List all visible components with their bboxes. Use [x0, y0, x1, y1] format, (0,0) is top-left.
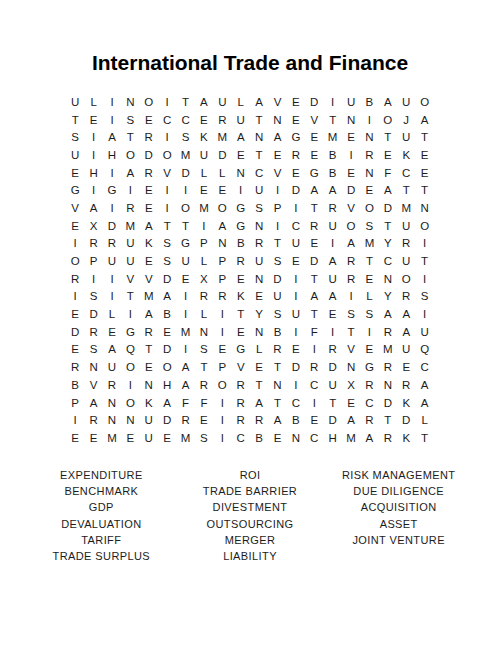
grid-cell-r3c14: E — [305, 128, 323, 146]
grid-cell-r2c17: I — [360, 111, 378, 129]
grid-cell-r20c20: T — [415, 429, 433, 447]
grid-cell-r7c3: I — [103, 199, 121, 217]
grid-cell-r1c5: O — [140, 93, 158, 111]
grid-cell-r17c5: N — [140, 376, 158, 394]
grid-cell-r7c9: O — [213, 199, 231, 217]
grid-cell-r4c17: R — [360, 146, 378, 164]
grid-cell-r3c1: S — [66, 128, 84, 146]
word-list-item: ASSET — [324, 516, 473, 532]
grid-cell-r6c6: I — [158, 181, 176, 199]
grid-cell-r13c10: T — [232, 305, 250, 323]
grid-cell-r5c4: A — [121, 164, 139, 182]
grid-cell-r1c10: L — [232, 93, 250, 111]
grid-cell-r10c7: U — [176, 252, 194, 270]
grid-cell-r11c16: R — [342, 270, 360, 288]
grid-cell-r15c6: D — [158, 341, 176, 359]
grid-cell-r4c13: R — [287, 146, 305, 164]
grid-cell-r4c7: M — [176, 146, 194, 164]
word-list-item: DUE DILIGENCE — [324, 483, 473, 499]
grid-cell-r16c3: U — [103, 358, 121, 376]
word-list-item: DEVALUATION — [27, 516, 176, 532]
grid-cell-r2c20: A — [415, 111, 433, 129]
grid-cell-r5c12: V — [268, 164, 286, 182]
grid-cell-r13c7: I — [176, 305, 194, 323]
grid-cell-r1c1: U — [66, 93, 84, 111]
grid-cell-r8c14: R — [305, 217, 323, 235]
grid-cell-r1c14: D — [305, 93, 323, 111]
grid-cell-r5c19: C — [397, 164, 415, 182]
grid-cell-r12c1: I — [66, 288, 84, 306]
grid-cell-r12c4: T — [121, 288, 139, 306]
grid-cell-r13c12: S — [268, 305, 286, 323]
grid-cell-r10c4: U — [121, 252, 139, 270]
grid-cell-r5c11: C — [250, 164, 268, 182]
puzzle-title: International Trade and Finance — [0, 0, 500, 75]
grid-cell-r9c4: U — [121, 235, 139, 253]
grid-cell-r20c17: A — [360, 429, 378, 447]
grid-cell-r6c12: I — [268, 181, 286, 199]
grid-cell-r3c20: T — [415, 128, 433, 146]
grid-cell-r5c17: N — [360, 164, 378, 182]
grid-cell-r19c1: I — [66, 411, 84, 429]
grid-cell-r2c14: V — [305, 111, 323, 129]
grid-cell-r18c10: R — [232, 394, 250, 412]
grid-cell-r6c7: I — [176, 181, 194, 199]
grid-cell-r8c6: T — [158, 217, 176, 235]
grid-cell-r4c9: D — [213, 146, 231, 164]
grid-cell-r14c6: E — [158, 323, 176, 341]
grid-cell-r2c13: E — [287, 111, 305, 129]
grid-cell-r12c15: A — [323, 288, 341, 306]
grid-cell-r16c20: C — [415, 358, 433, 376]
grid-cell-r12c19: R — [397, 288, 415, 306]
grid-cell-r10c15: A — [323, 252, 341, 270]
grid-cell-r2c10: U — [232, 111, 250, 129]
grid-cell-r9c15: I — [323, 235, 341, 253]
grid-cell-r19c3: N — [103, 411, 121, 429]
grid-cell-r14c10: E — [232, 323, 250, 341]
grid-cell-r1c16: U — [342, 93, 360, 111]
grid-cell-r7c16: V — [342, 199, 360, 217]
grid-cell-r8c17: S — [360, 217, 378, 235]
grid-cell-r19c17: R — [360, 411, 378, 429]
grid-cell-r2c7: C — [176, 111, 194, 129]
grid-cell-r3c2: I — [84, 128, 102, 146]
grid-cell-r8c3: D — [103, 217, 121, 235]
grid-cell-r10c14: D — [305, 252, 323, 270]
grid-cell-r6c4: I — [121, 181, 139, 199]
grid-cell-r12c14: A — [305, 288, 323, 306]
grid-cell-r7c20: N — [415, 199, 433, 217]
grid-cell-r3c6: I — [158, 128, 176, 146]
grid-cell-r8c11: N — [250, 217, 268, 235]
grid-cell-r10c9: P — [213, 252, 231, 270]
grid-cell-r3c11: N — [250, 128, 268, 146]
grid-cell-r5c10: N — [232, 164, 250, 182]
grid-cell-r18c12: T — [268, 394, 286, 412]
grid-cell-r20c19: K — [397, 429, 415, 447]
grid-cell-r7c1: V — [66, 199, 84, 217]
grid-cell-r9c10: B — [232, 235, 250, 253]
word-list-item: EXPENDITURE — [27, 467, 176, 483]
grid-cell-r13c18: A — [379, 305, 397, 323]
grid-cell-r18c6: A — [158, 394, 176, 412]
grid-cell-r19c14: E — [305, 411, 323, 429]
grid-cell-r11c7: E — [176, 270, 194, 288]
grid-cell-r3c18: T — [379, 128, 397, 146]
grid-cell-r7c7: O — [176, 199, 194, 217]
grid-cell-r12c16: I — [342, 288, 360, 306]
grid-cell-r3c15: M — [323, 128, 341, 146]
grid-cell-r15c19: U — [397, 341, 415, 359]
grid-cell-r2c16: N — [342, 111, 360, 129]
grid-cell-r14c4: G — [121, 323, 139, 341]
grid-cell-r11c9: P — [213, 270, 231, 288]
grid-cell-r4c12: E — [268, 146, 286, 164]
word-list-item: JOINT VENTURE — [324, 532, 473, 548]
grid-cell-r7c12: P — [268, 199, 286, 217]
grid-cell-r8c9: A — [213, 217, 231, 235]
grid-cell-r11c12: D — [268, 270, 286, 288]
grid-cell-r12c17: L — [360, 288, 378, 306]
grid-cell-r14c2: R — [84, 323, 102, 341]
grid-cell-r13c19: A — [397, 305, 415, 323]
word-list-column-1: EXPENDITUREBENCHMARKGDPDEVALUATIONTARIFF… — [27, 467, 176, 565]
grid-cell-r17c18: N — [379, 376, 397, 394]
grid-cell-r1c4: N — [121, 93, 139, 111]
grid-cell-r14c9: I — [213, 323, 231, 341]
grid-cell-r5c5: R — [140, 164, 158, 182]
grid-cell-r15c14: I — [305, 341, 323, 359]
grid-cell-r17c9: O — [213, 376, 231, 394]
grid-cell-r9c12: T — [268, 235, 286, 253]
grid-cell-r6c15: A — [323, 181, 341, 199]
grid-cell-r11c19: O — [397, 270, 415, 288]
grid-cell-r20c3: M — [103, 429, 121, 447]
grid-cell-r7c19: M — [397, 199, 415, 217]
grid-cell-r4c5: D — [140, 146, 158, 164]
grid-cell-r12c13: I — [287, 288, 305, 306]
grid-cell-r12c11: E — [250, 288, 268, 306]
grid-cell-r11c1: R — [66, 270, 84, 288]
grid-cell-r8c2: X — [84, 217, 102, 235]
grid-cell-r9c13: U — [287, 235, 305, 253]
grid-cell-r18c7: F — [176, 394, 194, 412]
grid-cell-r16c9: P — [213, 358, 231, 376]
grid-cell-r19c7: R — [176, 411, 194, 429]
grid-cell-r17c12: N — [268, 376, 286, 394]
word-list-item: DIVESTMENT — [176, 499, 325, 515]
grid-cell-r15c8: S — [195, 341, 213, 359]
grid-cell-r7c4: R — [121, 199, 139, 217]
grid-cell-r8c10: G — [232, 217, 250, 235]
grid-cell-r2c2: E — [84, 111, 102, 129]
grid-cell-r3c8: K — [195, 128, 213, 146]
grid-cell-r6c11: U — [250, 181, 268, 199]
grid-cell-r10c12: S — [268, 252, 286, 270]
grid-cell-r4c8: U — [195, 146, 213, 164]
grid-cell-r6c2: I — [84, 181, 102, 199]
grid-cell-r19c8: E — [195, 411, 213, 429]
grid-cell-r18c17: C — [360, 394, 378, 412]
grid-cell-r4c2: I — [84, 146, 102, 164]
grid-cell-r20c4: E — [121, 429, 139, 447]
grid-cell-r12c3: I — [103, 288, 121, 306]
grid-cell-r2c6: C — [158, 111, 176, 129]
grid-cell-r19c12: A — [268, 411, 286, 429]
word-search-grid: ULINOITAULAVEDIUBAUOTEISECCERUTNEVTNIOJA… — [66, 93, 434, 447]
grid-cell-r7c11: S — [250, 199, 268, 217]
grid-cell-r16c17: G — [360, 358, 378, 376]
grid-cell-r4c14: E — [305, 146, 323, 164]
grid-cell-r2c12: N — [268, 111, 286, 129]
grid-cell-r4c20: E — [415, 146, 433, 164]
grid-cell-r3c4: T — [121, 128, 139, 146]
grid-cell-r19c4: N — [121, 411, 139, 429]
grid-cell-r10c6: S — [158, 252, 176, 270]
grid-cell-r5c3: I — [103, 164, 121, 182]
grid-cell-r17c6: H — [158, 376, 176, 394]
grid-cell-r6c16: D — [342, 181, 360, 199]
grid-cell-r4c19: K — [397, 146, 415, 164]
grid-cell-r14c14: F — [305, 323, 323, 341]
grid-cell-r17c16: X — [342, 376, 360, 394]
grid-cell-r13c14: T — [305, 305, 323, 323]
grid-cell-r13c1: E — [66, 305, 84, 323]
grid-cell-r9c11: R — [250, 235, 268, 253]
grid-cell-r19c10: R — [232, 411, 250, 429]
grid-cell-r8c8: I — [195, 217, 213, 235]
grid-cell-r18c11: A — [250, 394, 268, 412]
grid-cell-r6c13: D — [287, 181, 305, 199]
grid-cell-r9c19: R — [397, 235, 415, 253]
grid-cell-r3c19: U — [397, 128, 415, 146]
grid-cell-r8c13: C — [287, 217, 305, 235]
grid-cell-r11c6: D — [158, 270, 176, 288]
grid-cell-r10c8: L — [195, 252, 213, 270]
grid-cell-r12c7: I — [176, 288, 194, 306]
grid-cell-r3c3: A — [103, 128, 121, 146]
word-list-item: GDP — [27, 499, 176, 515]
grid-cell-r11c11: N — [250, 270, 268, 288]
grid-cell-r6c10: I — [232, 181, 250, 199]
grid-cell-r19c15: D — [323, 411, 341, 429]
grid-cell-r20c10: C — [232, 429, 250, 447]
grid-cell-r2c9: R — [213, 111, 231, 129]
grid-cell-r18c15: T — [323, 394, 341, 412]
grid-cell-r16c12: T — [268, 358, 286, 376]
grid-cell-r4c15: B — [323, 146, 341, 164]
grid-cell-r2c5: E — [140, 111, 158, 129]
grid-cell-r1c12: V — [268, 93, 286, 111]
grid-cell-r2c8: E — [195, 111, 213, 129]
grid-cell-r20c12: E — [268, 429, 286, 447]
grid-cell-r7c14: T — [305, 199, 323, 217]
word-list-item: TRADE BARRIER — [176, 483, 325, 499]
grid-cell-r17c1: B — [66, 376, 84, 394]
grid-cell-r13c17: S — [360, 305, 378, 323]
grid-cell-r9c5: K — [140, 235, 158, 253]
grid-cell-r14c7: M — [176, 323, 194, 341]
grid-cell-r9c20: I — [415, 235, 433, 253]
grid-cell-r8c4: M — [121, 217, 139, 235]
grid-cell-r20c14: C — [305, 429, 323, 447]
grid-cell-r10c20: T — [415, 252, 433, 270]
grid-cell-r16c14: R — [305, 358, 323, 376]
grid-cell-r16c2: N — [84, 358, 102, 376]
grid-cell-r20c2: E — [84, 429, 102, 447]
grid-cell-r12c2: S — [84, 288, 102, 306]
grid-cell-r4c3: H — [103, 146, 121, 164]
word-list: EXPENDITUREBENCHMARKGDPDEVALUATIONTARIFF… — [27, 467, 473, 565]
grid-cell-r12c9: R — [213, 288, 231, 306]
grid-cell-r14c3: E — [103, 323, 121, 341]
grid-cell-r8c16: O — [342, 217, 360, 235]
grid-cell-r5c20: E — [415, 164, 433, 182]
grid-cell-r15c7: I — [176, 341, 194, 359]
grid-cell-r16c15: D — [323, 358, 341, 376]
grid-cell-r15c9: E — [213, 341, 231, 359]
grid-cell-r13c8: L — [195, 305, 213, 323]
grid-cell-r17c4: I — [121, 376, 139, 394]
grid-cell-r12c5: M — [140, 288, 158, 306]
grid-cell-r20c5: U — [140, 429, 158, 447]
grid-cell-r19c20: L — [415, 411, 433, 429]
grid-cell-r10c3: U — [103, 252, 121, 270]
grid-cell-r15c10: G — [232, 341, 250, 359]
grid-cell-r16c11: E — [250, 358, 268, 376]
grid-cell-r15c5: T — [140, 341, 158, 359]
grid-cell-r12c18: Y — [379, 288, 397, 306]
grid-cell-r8c20: O — [415, 217, 433, 235]
grid-cell-r1c17: B — [360, 93, 378, 111]
word-list-column-2: ROITRADE BARRIERDIVESTMENTOUTSOURCINGMER… — [176, 467, 325, 565]
grid-cell-r3c13: G — [287, 128, 305, 146]
grid-cell-r15c16: V — [342, 341, 360, 359]
grid-cell-r9c17: M — [360, 235, 378, 253]
grid-cell-r20c16: M — [342, 429, 360, 447]
grid-cell-r5c9: L — [213, 164, 231, 182]
grid-cell-r17c8: R — [195, 376, 213, 394]
grid-cell-r9c6: S — [158, 235, 176, 253]
grid-cell-r3c12: A — [268, 128, 286, 146]
grid-cell-r8c12: I — [268, 217, 286, 235]
grid-cell-r14c18: R — [379, 323, 397, 341]
grid-cell-r4c11: T — [250, 146, 268, 164]
grid-cell-r2c11: T — [250, 111, 268, 129]
grid-cell-r1c6: I — [158, 93, 176, 111]
grid-cell-r17c7: A — [176, 376, 194, 394]
grid-cell-r5c1: E — [66, 164, 84, 182]
grid-cell-r1c2: L — [84, 93, 102, 111]
grid-cell-r19c2: R — [84, 411, 102, 429]
grid-cell-r2c1: T — [66, 111, 84, 129]
grid-cell-r11c10: E — [232, 270, 250, 288]
grid-cell-r5c7: D — [176, 164, 194, 182]
grid-cell-r14c19: A — [397, 323, 415, 341]
grid-cell-r16c7: A — [176, 358, 194, 376]
grid-cell-r10c17: T — [360, 252, 378, 270]
grid-cell-r6c3: G — [103, 181, 121, 199]
grid-cell-r13c4: I — [121, 305, 139, 323]
puzzle-page: International Trade and Finance ULINOITA… — [0, 0, 500, 647]
grid-cell-r20c1: E — [66, 429, 84, 447]
word-list-item: ACQUISITION — [324, 499, 473, 515]
grid-cell-r8c7: T — [176, 217, 194, 235]
grid-cell-r5c6: V — [158, 164, 176, 182]
word-list-item: BENCHMARK — [27, 483, 176, 499]
grid-cell-r7c15: R — [323, 199, 341, 217]
grid-cell-r17c3: R — [103, 376, 121, 394]
grid-cell-r13c6: B — [158, 305, 176, 323]
grid-cell-r1c18: A — [379, 93, 397, 111]
grid-cell-r11c15: U — [323, 270, 341, 288]
grid-cell-r19c18: T — [379, 411, 397, 429]
grid-cell-r3c7: S — [176, 128, 194, 146]
grid-cell-r11c18: N — [379, 270, 397, 288]
grid-cell-r4c1: U — [66, 146, 84, 164]
grid-cell-r7c6: I — [158, 199, 176, 217]
grid-cell-r3c9: M — [213, 128, 231, 146]
grid-cell-r19c19: D — [397, 411, 415, 429]
grid-cell-r14c20: U — [415, 323, 433, 341]
grid-cell-r14c1: D — [66, 323, 84, 341]
grid-cell-r12c20: S — [415, 288, 433, 306]
grid-cell-r6c20: T — [415, 181, 433, 199]
grid-cell-r6c18: A — [379, 181, 397, 199]
grid-cell-r7c18: D — [379, 199, 397, 217]
grid-cell-r16c16: N — [342, 358, 360, 376]
grid-cell-r8c5: A — [140, 217, 158, 235]
grid-cell-r9c14: E — [305, 235, 323, 253]
grid-cell-r6c17: E — [360, 181, 378, 199]
grid-cell-r20c6: E — [158, 429, 176, 447]
grid-cell-r6c8: E — [195, 181, 213, 199]
grid-cell-r11c2: I — [84, 270, 102, 288]
grid-cell-r17c20: A — [415, 376, 433, 394]
grid-cell-r12c8: R — [195, 288, 213, 306]
grid-cell-r10c16: R — [342, 252, 360, 270]
grid-cell-r9c9: N — [213, 235, 231, 253]
grid-cell-r7c13: I — [287, 199, 305, 217]
grid-cell-r9c16: A — [342, 235, 360, 253]
grid-cell-r18c20: A — [415, 394, 433, 412]
grid-cell-r20c18: R — [379, 429, 397, 447]
grid-cell-r18c18: D — [379, 394, 397, 412]
grid-cell-r16c5: E — [140, 358, 158, 376]
grid-cell-r17c15: U — [323, 376, 341, 394]
grid-cell-r18c5: K — [140, 394, 158, 412]
grid-cell-r5c2: H — [84, 164, 102, 182]
grid-cell-r2c19: J — [397, 111, 415, 129]
grid-cell-r18c3: N — [103, 394, 121, 412]
grid-cell-r9c2: R — [84, 235, 102, 253]
grid-cell-r10c13: E — [287, 252, 305, 270]
grid-cell-r20c8: S — [195, 429, 213, 447]
grid-cell-r18c19: K — [397, 394, 415, 412]
grid-cell-r13c3: L — [103, 305, 121, 323]
grid-cell-r3c16: E — [342, 128, 360, 146]
grid-cell-r7c8: M — [195, 199, 213, 217]
grid-cell-r1c9: U — [213, 93, 231, 111]
grid-cell-r10c19: U — [397, 252, 415, 270]
grid-cell-r6c5: E — [140, 181, 158, 199]
grid-cell-r4c10: E — [232, 146, 250, 164]
grid-cell-r15c4: Q — [121, 341, 139, 359]
word-list-column-3: RISK MANAGEMENTDUE DILIGENCEACQUISITIONA… — [324, 467, 473, 565]
grid-cell-r15c15: R — [323, 341, 341, 359]
grid-cell-r15c13: E — [287, 341, 305, 359]
